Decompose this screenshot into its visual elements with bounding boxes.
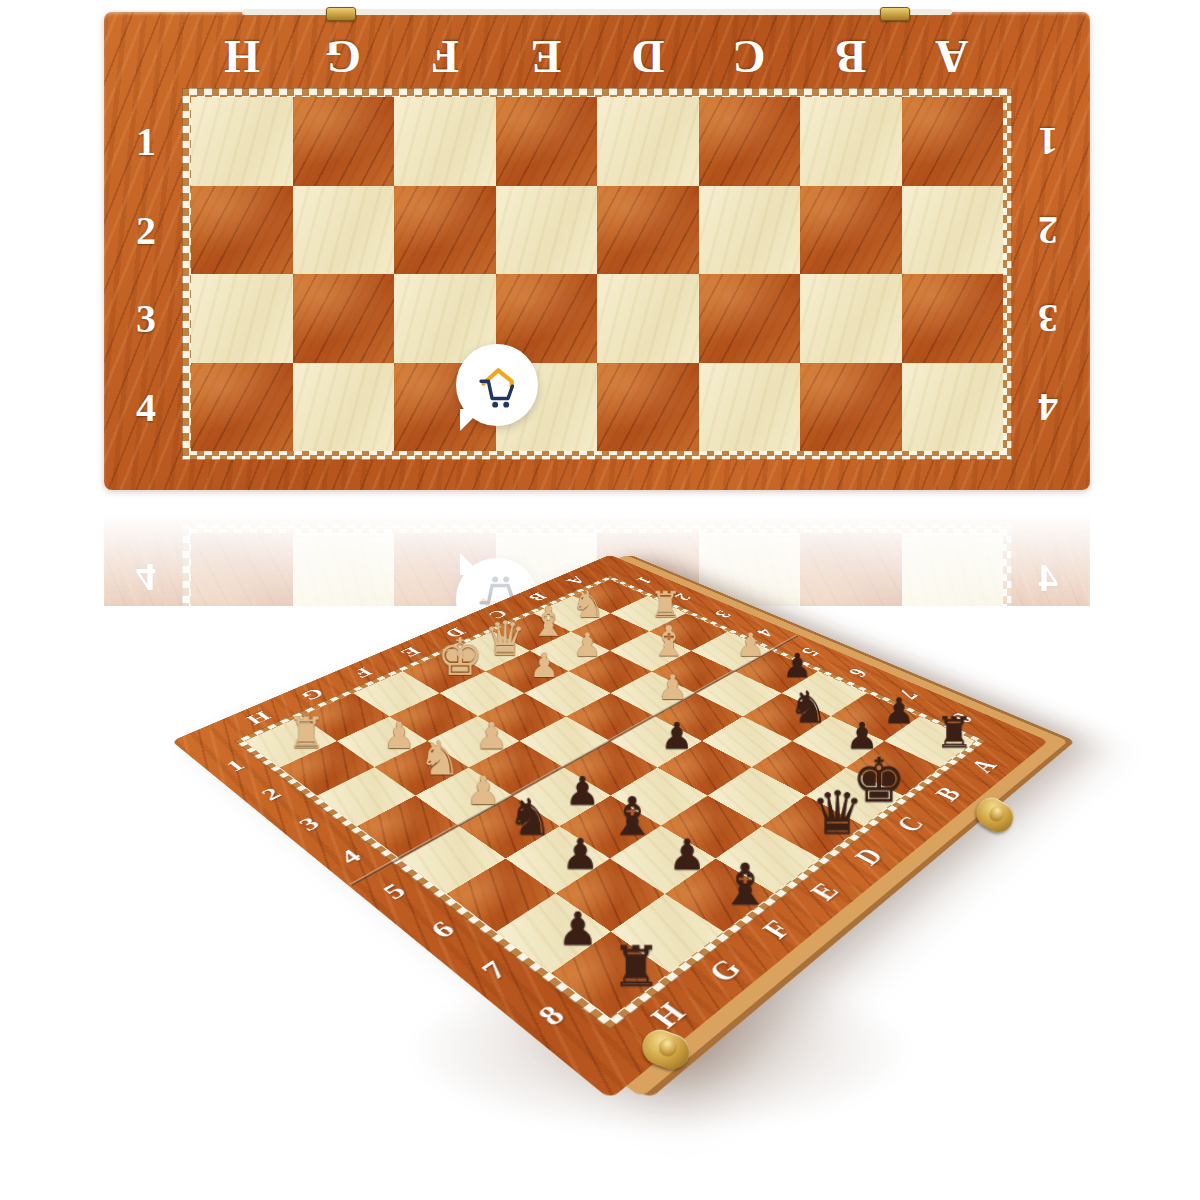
rank-label: 3 xyxy=(1038,295,1058,342)
folded-square-g2 xyxy=(293,186,395,275)
file-label: F xyxy=(431,30,459,83)
rank-label: 3 xyxy=(709,608,736,620)
rank-label: 1 xyxy=(1038,118,1058,165)
folded-square-b1 xyxy=(800,97,902,186)
rank-label: 2 xyxy=(256,784,286,804)
piece-white-pawn[interactable]: ♟ xyxy=(573,629,602,661)
piece-white-bishop[interactable]: ♝ xyxy=(650,620,688,662)
file-label: G xyxy=(325,30,361,83)
folded-square-a2 xyxy=(902,186,1004,275)
piece-black-pawn[interactable]: ♟ xyxy=(660,718,693,755)
open-board-scene: ♜♚♛♝♞♟♟♟♜♞♟♝♟♟♟♞♟♟♟♟♝♞♟♟♟♟♜♝♛♚♜HHGGFFEED… xyxy=(0,450,1200,1200)
file-label: H xyxy=(644,997,694,1035)
folded-square-d4 xyxy=(597,363,699,452)
folded-square-c3 xyxy=(699,274,801,363)
file-label: H xyxy=(224,30,260,83)
rank-label: 6 xyxy=(424,916,461,943)
folded-square-b4 xyxy=(800,363,902,452)
brass-hinge-icon xyxy=(326,7,356,21)
file-label: E xyxy=(395,644,425,659)
file-label: A xyxy=(965,756,1004,777)
file-label: E xyxy=(804,878,847,906)
piece-white-pawn[interactable]: ♟ xyxy=(475,718,508,755)
folded-square-a4 xyxy=(902,363,1004,452)
file-label: E xyxy=(531,30,562,83)
storefront-cart-logo xyxy=(456,344,538,426)
folded-square-e1 xyxy=(496,97,598,186)
folded-square-a3 xyxy=(902,274,1004,363)
folded-square-b2 xyxy=(800,186,902,275)
folded-square-b3 xyxy=(800,274,902,363)
piece-white-pawn[interactable]: ♟ xyxy=(383,718,416,755)
folded-square-c2 xyxy=(699,186,801,275)
piece-black-pawn[interactable]: ♟ xyxy=(668,834,706,876)
file-label: B xyxy=(835,30,866,83)
file-label: C xyxy=(733,30,766,83)
rank-label: 5 xyxy=(377,879,412,904)
piece-white-bishop[interactable]: ♝ xyxy=(530,601,567,642)
folded-square-f2 xyxy=(394,186,496,275)
rank-label: 4 xyxy=(136,383,156,430)
piece-white-pawn[interactable]: ♟ xyxy=(530,649,560,682)
piece-white-rook[interactable]: ♜ xyxy=(287,712,325,755)
rank-label: 1 xyxy=(136,118,156,165)
folded-square-f1 xyxy=(394,97,496,186)
folded-square-h3 xyxy=(191,274,293,363)
piece-black-rook[interactable]: ♜ xyxy=(935,712,973,755)
folded-square-e2 xyxy=(496,186,598,275)
piece-white-king[interactable]: ♚ xyxy=(437,631,483,683)
folded-square-h4 xyxy=(191,363,293,452)
folded-square-h2 xyxy=(191,186,293,275)
file-label: G xyxy=(701,954,749,989)
rank-label: 6 xyxy=(842,665,873,680)
piece-black-pawn[interactable]: ♟ xyxy=(557,906,598,952)
rank-label: 1 xyxy=(221,757,250,776)
folded-square-a1 xyxy=(902,97,1004,186)
file-label: C xyxy=(890,812,931,836)
folded-square-d3 xyxy=(597,274,699,363)
rank-label: 3 xyxy=(294,814,326,836)
piece-white-pawn[interactable]: ♟ xyxy=(657,671,688,705)
rank-label: 3 xyxy=(136,295,156,342)
rank-label: 8 xyxy=(531,1000,573,1032)
piece-white-pawn[interactable]: ♟ xyxy=(466,772,501,811)
file-label: B xyxy=(929,783,968,805)
piece-black-pawn[interactable]: ♟ xyxy=(782,649,812,682)
piece-white-knight[interactable]: ♞ xyxy=(418,735,460,782)
piece-black-pawn[interactable]: ♟ xyxy=(883,693,915,728)
piece-white-queen[interactable]: ♛ xyxy=(484,614,527,661)
piece-black-knight[interactable]: ♞ xyxy=(507,792,552,843)
folded-board-grid xyxy=(191,97,1003,451)
folded-square-c1 xyxy=(699,97,801,186)
folded-square-c4 xyxy=(699,363,801,452)
file-label: F xyxy=(756,915,799,944)
folded-square-g1 xyxy=(293,97,395,186)
rank-label: 2 xyxy=(136,206,156,253)
brass-hinge-icon xyxy=(880,7,910,21)
folded-board: HGFEDCBA11223344 xyxy=(104,12,1090,490)
folded-square-g4 xyxy=(293,363,395,452)
piece-black-pawn[interactable]: ♟ xyxy=(565,772,600,811)
piece-white-knight[interactable]: ♞ xyxy=(571,585,605,623)
rank-label: 4 xyxy=(1038,383,1058,430)
rank-label: 2 xyxy=(1038,206,1058,253)
rank-label: 4 xyxy=(334,845,368,868)
piece-black-queen[interactable]: ♛ xyxy=(811,783,865,843)
cart-roof-icon xyxy=(470,358,524,412)
piece-black-knight[interactable]: ♞ xyxy=(789,685,829,729)
piece-black-rook[interactable]: ♜ xyxy=(611,939,661,995)
folded-square-d1 xyxy=(597,97,699,186)
rank-label: 7 xyxy=(475,956,514,986)
file-label: D xyxy=(848,844,891,870)
piece-white-pawn[interactable]: ♟ xyxy=(736,629,765,661)
piece-black-bishop[interactable]: ♝ xyxy=(719,855,770,912)
piece-black-pawn[interactable]: ♟ xyxy=(561,834,599,876)
folded-square-g3 xyxy=(293,274,395,363)
piece-black-bishop[interactable]: ♝ xyxy=(608,789,656,842)
folded-square-d2 xyxy=(597,186,699,275)
folded-square-h1 xyxy=(191,97,293,186)
file-label: F xyxy=(348,665,377,681)
file-label: D xyxy=(631,30,664,83)
file-label: A xyxy=(936,30,969,83)
